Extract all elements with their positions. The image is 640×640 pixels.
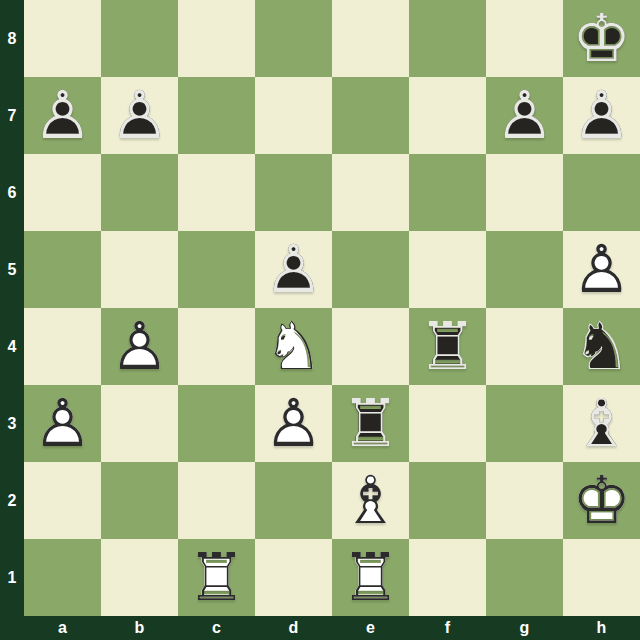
square-e1[interactable]: ♜♖ bbox=[332, 539, 409, 616]
square-f6[interactable] bbox=[409, 154, 486, 231]
square-h5[interactable]: ♟♙ bbox=[563, 231, 640, 308]
square-d4[interactable]: ♞♘ bbox=[255, 308, 332, 385]
pawn-outline-icon: ♙ bbox=[563, 231, 640, 308]
square-h8[interactable]: ♚♔ bbox=[563, 0, 640, 77]
rank-label-4: 4 bbox=[0, 308, 24, 385]
square-e2[interactable]: ♝♗ bbox=[332, 462, 409, 539]
piece-black-rook-f4[interactable]: ♜♖ bbox=[409, 308, 486, 385]
square-a4[interactable] bbox=[24, 308, 101, 385]
file-label-b: b bbox=[101, 616, 178, 640]
piece-white-pawn-d3[interactable]: ♟♙ bbox=[255, 385, 332, 462]
square-f1[interactable] bbox=[409, 539, 486, 616]
pawn-outline-icon: ♙ bbox=[101, 308, 178, 385]
king-outline-icon: ♔ bbox=[563, 0, 640, 77]
square-b4[interactable]: ♟♙ bbox=[101, 308, 178, 385]
pawn-outline-icon: ♙ bbox=[24, 385, 101, 462]
square-b2[interactable] bbox=[101, 462, 178, 539]
pawn-outline-icon: ♙ bbox=[101, 77, 178, 154]
square-a6[interactable] bbox=[24, 154, 101, 231]
square-f5[interactable] bbox=[409, 231, 486, 308]
square-a8[interactable] bbox=[24, 0, 101, 77]
piece-black-pawn-a7[interactable]: ♟♙ bbox=[24, 77, 101, 154]
pawn-outline-icon: ♙ bbox=[486, 77, 563, 154]
rook-outline-icon: ♖ bbox=[332, 539, 409, 616]
file-label-d: d bbox=[255, 616, 332, 640]
piece-white-rook-c1[interactable]: ♜♖ bbox=[178, 539, 255, 616]
piece-white-pawn-h5[interactable]: ♟♙ bbox=[563, 231, 640, 308]
square-b1[interactable] bbox=[101, 539, 178, 616]
rank-label-2: 2 bbox=[0, 462, 24, 539]
square-g7[interactable]: ♟♙ bbox=[486, 77, 563, 154]
square-f3[interactable] bbox=[409, 385, 486, 462]
square-h6[interactable] bbox=[563, 154, 640, 231]
square-d1[interactable] bbox=[255, 539, 332, 616]
square-f7[interactable] bbox=[409, 77, 486, 154]
file-label-g: g bbox=[486, 616, 563, 640]
square-c5[interactable] bbox=[178, 231, 255, 308]
square-e6[interactable] bbox=[332, 154, 409, 231]
square-g8[interactable] bbox=[486, 0, 563, 77]
piece-black-rook-e3[interactable]: ♜♖ bbox=[332, 385, 409, 462]
rank-label-1: 1 bbox=[0, 539, 24, 616]
square-a5[interactable] bbox=[24, 231, 101, 308]
piece-white-pawn-a3[interactable]: ♟♙ bbox=[24, 385, 101, 462]
knight-outline-icon: ♘ bbox=[563, 308, 640, 385]
square-b5[interactable] bbox=[101, 231, 178, 308]
square-a7[interactable]: ♟♙ bbox=[24, 77, 101, 154]
square-g4[interactable] bbox=[486, 308, 563, 385]
square-e8[interactable] bbox=[332, 0, 409, 77]
square-f8[interactable] bbox=[409, 0, 486, 77]
file-label-f: f bbox=[409, 616, 486, 640]
file-label-e: e bbox=[332, 616, 409, 640]
file-label-h: h bbox=[563, 616, 640, 640]
rank-label-7: 7 bbox=[0, 77, 24, 154]
king-outline-icon: ♔ bbox=[563, 462, 640, 539]
square-b7[interactable]: ♟♙ bbox=[101, 77, 178, 154]
square-c6[interactable] bbox=[178, 154, 255, 231]
chess-board-frame: ♚♔♟♙♟♙♟♙♟♙♟♙♟♙♟♙♞♘♜♖♞♘♟♙♟♙♜♖♝♗♝♗♚♔♜♖♜♖ 8… bbox=[0, 0, 640, 640]
square-d3[interactable]: ♟♙ bbox=[255, 385, 332, 462]
rank-label-3: 3 bbox=[0, 385, 24, 462]
square-e4[interactable] bbox=[332, 308, 409, 385]
file-label-a: a bbox=[24, 616, 101, 640]
square-b8[interactable] bbox=[101, 0, 178, 77]
square-c7[interactable] bbox=[178, 77, 255, 154]
square-f4[interactable]: ♜♖ bbox=[409, 308, 486, 385]
piece-white-king-h2[interactable]: ♚♔ bbox=[563, 462, 640, 539]
rank-label-5: 5 bbox=[0, 231, 24, 308]
piece-black-pawn-d5[interactable]: ♟♙ bbox=[255, 231, 332, 308]
piece-white-pawn-b4[interactable]: ♟♙ bbox=[101, 308, 178, 385]
pawn-outline-icon: ♙ bbox=[255, 385, 332, 462]
bishop-outline-icon: ♗ bbox=[563, 385, 640, 462]
square-a3[interactable]: ♟♙ bbox=[24, 385, 101, 462]
chess-board: ♚♔♟♙♟♙♟♙♟♙♟♙♟♙♟♙♞♘♜♖♞♘♟♙♟♙♜♖♝♗♝♗♚♔♜♖♜♖ bbox=[24, 0, 640, 616]
square-g3[interactable] bbox=[486, 385, 563, 462]
square-d7[interactable] bbox=[255, 77, 332, 154]
square-d8[interactable] bbox=[255, 0, 332, 77]
piece-black-pawn-h7[interactable]: ♟♙ bbox=[563, 77, 640, 154]
square-d2[interactable] bbox=[255, 462, 332, 539]
square-h1[interactable] bbox=[563, 539, 640, 616]
square-e7[interactable] bbox=[332, 77, 409, 154]
piece-black-bishop-h3[interactable]: ♝♗ bbox=[563, 385, 640, 462]
square-e5[interactable] bbox=[332, 231, 409, 308]
file-label-c: c bbox=[178, 616, 255, 640]
square-a2[interactable] bbox=[24, 462, 101, 539]
piece-white-rook-e1[interactable]: ♜♖ bbox=[332, 539, 409, 616]
square-h3[interactable]: ♝♗ bbox=[563, 385, 640, 462]
square-b3[interactable] bbox=[101, 385, 178, 462]
square-g5[interactable] bbox=[486, 231, 563, 308]
square-g1[interactable] bbox=[486, 539, 563, 616]
square-h4[interactable]: ♞♘ bbox=[563, 308, 640, 385]
pawn-outline-icon: ♙ bbox=[24, 77, 101, 154]
rook-outline-icon: ♖ bbox=[178, 539, 255, 616]
square-b6[interactable] bbox=[101, 154, 178, 231]
square-c2[interactable] bbox=[178, 462, 255, 539]
rank-label-6: 6 bbox=[0, 154, 24, 231]
piece-black-pawn-b7[interactable]: ♟♙ bbox=[101, 77, 178, 154]
square-d5[interactable]: ♟♙ bbox=[255, 231, 332, 308]
square-h7[interactable]: ♟♙ bbox=[563, 77, 640, 154]
square-c8[interactable] bbox=[178, 0, 255, 77]
piece-white-knight-d4[interactable]: ♞♘ bbox=[255, 308, 332, 385]
piece-white-bishop-e2[interactable]: ♝♗ bbox=[332, 462, 409, 539]
piece-black-pawn-g7[interactable]: ♟♙ bbox=[486, 77, 563, 154]
pawn-outline-icon: ♙ bbox=[563, 77, 640, 154]
square-c1[interactable]: ♜♖ bbox=[178, 539, 255, 616]
square-d6[interactable] bbox=[255, 154, 332, 231]
pawn-outline-icon: ♙ bbox=[255, 231, 332, 308]
square-g6[interactable] bbox=[486, 154, 563, 231]
square-e3[interactable]: ♜♖ bbox=[332, 385, 409, 462]
rank-label-8: 8 bbox=[0, 0, 24, 77]
square-a1[interactable] bbox=[24, 539, 101, 616]
bishop-outline-icon: ♗ bbox=[332, 462, 409, 539]
square-g2[interactable] bbox=[486, 462, 563, 539]
knight-outline-icon: ♘ bbox=[255, 308, 332, 385]
square-f2[interactable] bbox=[409, 462, 486, 539]
piece-black-king-h8[interactable]: ♚♔ bbox=[563, 0, 640, 77]
piece-black-knight-h4[interactable]: ♞♘ bbox=[563, 308, 640, 385]
square-c4[interactable] bbox=[178, 308, 255, 385]
rook-outline-icon: ♖ bbox=[409, 308, 486, 385]
rook-outline-icon: ♖ bbox=[332, 385, 409, 462]
square-h2[interactable]: ♚♔ bbox=[563, 462, 640, 539]
square-c3[interactable] bbox=[178, 385, 255, 462]
